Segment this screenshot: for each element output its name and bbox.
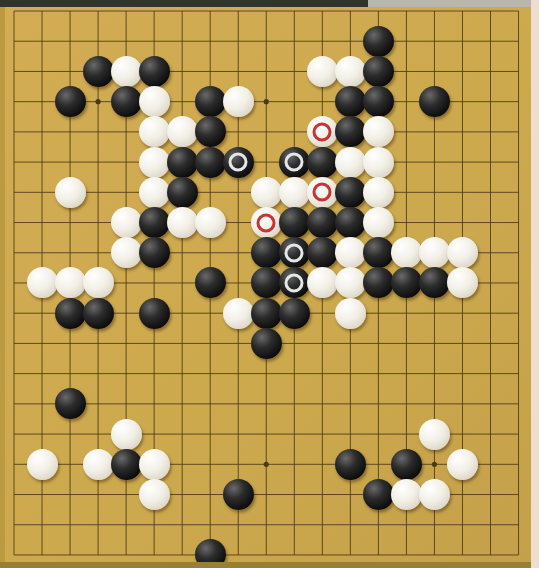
white-stone-17-9[interactable] <box>447 237 478 268</box>
black-stone-10-12[interactable] <box>251 328 282 359</box>
black-stone-12-9[interactable] <box>307 237 338 268</box>
white-stone-17-16[interactable] <box>447 449 478 480</box>
black-stone-14-4[interactable] <box>363 86 394 117</box>
white-stone-6-5[interactable] <box>139 116 170 147</box>
black-stone-11-11[interactable] <box>279 298 310 329</box>
white-stone-14-6[interactable] <box>363 147 394 178</box>
black-stone-8-10[interactable] <box>195 267 226 298</box>
white-stone-6-4[interactable] <box>139 86 170 117</box>
red-circle-mark <box>313 183 332 202</box>
white-stone-5-3[interactable] <box>111 56 142 87</box>
white-stone-14-7[interactable] <box>363 177 394 208</box>
black-stone-16-4[interactable] <box>419 86 450 117</box>
white-stone-9-4[interactable] <box>223 86 254 117</box>
black-stone-9-17[interactable] <box>223 479 254 510</box>
black-stone-6-9[interactable] <box>139 237 170 268</box>
white-stone-3-10[interactable] <box>55 267 86 298</box>
go-game-screen <box>0 0 539 568</box>
black-stone-3-11[interactable] <box>55 298 86 329</box>
white-stone-6-17[interactable] <box>139 479 170 510</box>
black-stone-15-16[interactable] <box>391 449 422 480</box>
white-stone-14-8[interactable] <box>363 207 394 238</box>
white-stone-4-10[interactable] <box>83 267 114 298</box>
black-stone-8-5[interactable] <box>195 116 226 147</box>
black-stone-7-7[interactable] <box>167 177 198 208</box>
black-stone-13-8[interactable] <box>335 207 366 238</box>
black-stone-6-11[interactable] <box>139 298 170 329</box>
white-stone-16-15[interactable] <box>419 419 450 450</box>
black-stone-5-16[interactable] <box>111 449 142 480</box>
white-stone-12-7[interactable] <box>307 177 338 208</box>
white-stone-7-8[interactable] <box>167 207 198 238</box>
frame-top-dark-strip <box>0 0 368 7</box>
black-stone-4-3[interactable] <box>83 56 114 87</box>
white-stone-13-6[interactable] <box>335 147 366 178</box>
white-stone-6-7[interactable] <box>139 177 170 208</box>
black-stone-12-8[interactable] <box>307 207 338 238</box>
black-stone-10-9[interactable] <box>251 237 282 268</box>
frame-bottom-strip <box>0 562 531 568</box>
red-circle-mark <box>257 213 276 232</box>
white-stone-13-11[interactable] <box>335 298 366 329</box>
white-stone-6-16[interactable] <box>139 449 170 480</box>
white-stone-16-17[interactable] <box>419 479 450 510</box>
black-stone-3-4[interactable] <box>55 86 86 117</box>
white-stone-5-15[interactable] <box>111 419 142 450</box>
black-stone-14-17[interactable] <box>363 479 394 510</box>
black-stone-11-6[interactable] <box>279 147 310 178</box>
white-stone-13-9[interactable] <box>335 237 366 268</box>
black-stone-14-3[interactable] <box>363 56 394 87</box>
black-stone-11-9[interactable] <box>279 237 310 268</box>
white-stone-10-7[interactable] <box>251 177 282 208</box>
frame-left-strip <box>0 7 5 562</box>
white-stone-4-16[interactable] <box>83 449 114 480</box>
white-stone-13-3[interactable] <box>335 56 366 87</box>
black-stone-8-4[interactable] <box>195 86 226 117</box>
black-stone-10-11[interactable] <box>251 298 282 329</box>
white-stone-9-11[interactable] <box>223 298 254 329</box>
white-stone-16-9[interactable] <box>419 237 450 268</box>
black-stone-9-6[interactable] <box>223 147 254 178</box>
white-stone-5-8[interactable] <box>111 207 142 238</box>
white-stone-11-7[interactable] <box>279 177 310 208</box>
black-stone-14-9[interactable] <box>363 237 394 268</box>
frame-top-light-strip <box>368 0 531 7</box>
white-stone-2-10[interactable] <box>27 267 58 298</box>
black-stone-8-6[interactable] <box>195 147 226 178</box>
white-stone-10-8[interactable] <box>251 207 282 238</box>
white-stone-15-17[interactable] <box>391 479 422 510</box>
white-stone-5-9[interactable] <box>111 237 142 268</box>
white-stone-12-5[interactable] <box>307 116 338 147</box>
white-circle-mark <box>285 273 304 292</box>
red-circle-mark <box>313 122 332 141</box>
black-stone-13-4[interactable] <box>335 86 366 117</box>
black-stone-5-4[interactable] <box>111 86 142 117</box>
white-circle-mark <box>285 153 304 172</box>
black-stone-11-8[interactable] <box>279 207 310 238</box>
white-circle-mark <box>229 153 248 172</box>
white-stone-7-5[interactable] <box>167 116 198 147</box>
frame-right-strip <box>531 0 539 568</box>
black-stone-13-16[interactable] <box>335 449 366 480</box>
white-stone-8-8[interactable] <box>195 207 226 238</box>
white-stone-2-16[interactable] <box>27 449 58 480</box>
black-stone-7-6[interactable] <box>167 147 198 178</box>
black-stone-14-2[interactable] <box>363 26 394 57</box>
go-board[interactable] <box>0 0 531 568</box>
white-stone-15-9[interactable] <box>391 237 422 268</box>
black-stone-12-6[interactable] <box>307 147 338 178</box>
white-stone-6-6[interactable] <box>139 147 170 178</box>
white-stone-12-3[interactable] <box>307 56 338 87</box>
black-stone-6-8[interactable] <box>139 207 170 238</box>
black-stone-13-7[interactable] <box>335 177 366 208</box>
black-stone-6-3[interactable] <box>139 56 170 87</box>
white-circle-mark <box>285 243 304 262</box>
black-stone-4-11[interactable] <box>83 298 114 329</box>
black-stone-3-14[interactable] <box>55 388 86 419</box>
white-stone-3-7[interactable] <box>55 177 86 208</box>
